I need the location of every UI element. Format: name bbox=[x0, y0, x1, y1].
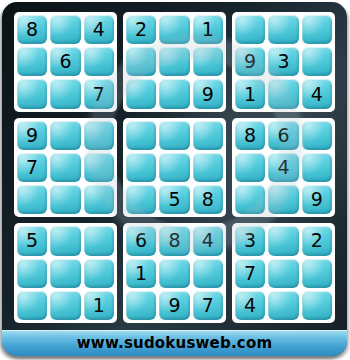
cell-r4c5[interactable] bbox=[159, 121, 189, 150]
cell-r2c4[interactable] bbox=[126, 47, 156, 76]
cell-r5c9[interactable] bbox=[302, 153, 332, 182]
cell-r4c1[interactable]: 9 bbox=[17, 121, 47, 150]
block-7: 51 bbox=[14, 223, 117, 323]
cell-r9c1[interactable] bbox=[17, 291, 47, 320]
cell-r6c2[interactable] bbox=[50, 185, 80, 214]
cell-r3c6[interactable]: 9 bbox=[193, 79, 223, 108]
cell-r8c9[interactable] bbox=[302, 259, 332, 288]
cell-r2c3[interactable] bbox=[84, 47, 114, 76]
cell-r1c3[interactable]: 4 bbox=[84, 15, 114, 44]
cell-r9c3[interactable]: 1 bbox=[84, 291, 114, 320]
cell-r8c6[interactable] bbox=[193, 259, 223, 288]
cell-r8c1[interactable] bbox=[17, 259, 47, 288]
cell-r9c6[interactable]: 7 bbox=[193, 291, 223, 320]
cell-r5c7[interactable] bbox=[235, 153, 265, 182]
cell-r9c5[interactable]: 9 bbox=[159, 291, 189, 320]
block-4: 97 bbox=[14, 118, 117, 218]
cell-r2c9[interactable] bbox=[302, 47, 332, 76]
sudoku-grid: 8467219931497588649516841973274 bbox=[2, 2, 347, 330]
cell-r4c7[interactable]: 8 bbox=[235, 121, 265, 150]
cell-r6c5[interactable]: 5 bbox=[159, 185, 189, 214]
cell-r5c5[interactable] bbox=[159, 153, 189, 182]
cell-r6c1[interactable] bbox=[17, 185, 47, 214]
cell-r2c1[interactable] bbox=[17, 47, 47, 76]
cell-r9c4[interactable] bbox=[126, 291, 156, 320]
footer-link[interactable]: www.sudokusweb.com bbox=[77, 334, 272, 352]
cell-r4c9[interactable] bbox=[302, 121, 332, 150]
cell-r4c3[interactable] bbox=[84, 121, 114, 150]
cell-r3c3[interactable]: 7 bbox=[84, 79, 114, 108]
cell-r8c3[interactable] bbox=[84, 259, 114, 288]
cell-r2c6[interactable] bbox=[193, 47, 223, 76]
cell-r6c8[interactable] bbox=[268, 185, 298, 214]
cell-r7c4[interactable]: 6 bbox=[126, 226, 156, 255]
cell-r2c7[interactable]: 9 bbox=[235, 47, 265, 76]
block-8: 684197 bbox=[123, 223, 226, 323]
cell-r5c6[interactable] bbox=[193, 153, 223, 182]
cell-r1c2[interactable] bbox=[50, 15, 80, 44]
cell-r6c7[interactable] bbox=[235, 185, 265, 214]
cell-r7c8[interactable] bbox=[268, 226, 298, 255]
block-1: 8467 bbox=[14, 12, 117, 112]
cell-r4c6[interactable] bbox=[193, 121, 223, 150]
cell-r3c5[interactable] bbox=[159, 79, 189, 108]
cell-r3c1[interactable] bbox=[17, 79, 47, 108]
sudoku-board: 8467219931497588649516841973274 www.sudo… bbox=[2, 2, 347, 356]
cell-r3c2[interactable] bbox=[50, 79, 80, 108]
cell-r1c1[interactable]: 8 bbox=[17, 15, 47, 44]
block-9: 3274 bbox=[232, 223, 335, 323]
cell-r6c6[interactable]: 8 bbox=[193, 185, 223, 214]
cell-r8c5[interactable] bbox=[159, 259, 189, 288]
cell-r4c2[interactable] bbox=[50, 121, 80, 150]
cell-r5c1[interactable]: 7 bbox=[17, 153, 47, 182]
cell-r3c9[interactable]: 4 bbox=[302, 79, 332, 108]
cell-r6c9[interactable]: 9 bbox=[302, 185, 332, 214]
cell-r7c7[interactable]: 3 bbox=[235, 226, 265, 255]
cell-r7c1[interactable]: 5 bbox=[17, 226, 47, 255]
cell-r6c4[interactable] bbox=[126, 185, 156, 214]
cell-r2c2[interactable]: 6 bbox=[50, 47, 80, 76]
footer-band: www.sudokusweb.com bbox=[2, 330, 347, 356]
cell-r8c8[interactable] bbox=[268, 259, 298, 288]
cell-r9c8[interactable] bbox=[268, 291, 298, 320]
cell-r4c8[interactable]: 6 bbox=[268, 121, 298, 150]
cell-r5c3[interactable] bbox=[84, 153, 114, 182]
cell-r9c9[interactable] bbox=[302, 291, 332, 320]
cell-r2c5[interactable] bbox=[159, 47, 189, 76]
cell-r1c8[interactable] bbox=[268, 15, 298, 44]
cell-r1c5[interactable] bbox=[159, 15, 189, 44]
cell-r3c7[interactable]: 1 bbox=[235, 79, 265, 108]
cell-r7c6[interactable]: 4 bbox=[193, 226, 223, 255]
cell-r7c3[interactable] bbox=[84, 226, 114, 255]
cell-r2c8[interactable]: 3 bbox=[268, 47, 298, 76]
cell-r8c7[interactable]: 7 bbox=[235, 259, 265, 288]
cell-r1c4[interactable]: 2 bbox=[126, 15, 156, 44]
cell-r7c2[interactable] bbox=[50, 226, 80, 255]
cell-r8c4[interactable]: 1 bbox=[126, 259, 156, 288]
cell-r1c7[interactable] bbox=[235, 15, 265, 44]
block-2: 219 bbox=[123, 12, 226, 112]
cell-r4c4[interactable] bbox=[126, 121, 156, 150]
cell-r6c3[interactable] bbox=[84, 185, 114, 214]
cell-r7c5[interactable]: 8 bbox=[159, 226, 189, 255]
cell-r5c4[interactable] bbox=[126, 153, 156, 182]
cell-r3c4[interactable] bbox=[126, 79, 156, 108]
cell-r8c2[interactable] bbox=[50, 259, 80, 288]
cell-r9c2[interactable] bbox=[50, 291, 80, 320]
cell-r1c6[interactable]: 1 bbox=[193, 15, 223, 44]
cell-r5c2[interactable] bbox=[50, 153, 80, 182]
cell-r9c7[interactable]: 4 bbox=[235, 291, 265, 320]
cell-r7c9[interactable]: 2 bbox=[302, 226, 332, 255]
cell-r5c8[interactable]: 4 bbox=[268, 153, 298, 182]
block-5: 58 bbox=[123, 118, 226, 218]
cell-r1c9[interactable] bbox=[302, 15, 332, 44]
block-6: 8649 bbox=[232, 118, 335, 218]
cell-r3c8[interactable] bbox=[268, 79, 298, 108]
block-3: 9314 bbox=[232, 12, 335, 112]
